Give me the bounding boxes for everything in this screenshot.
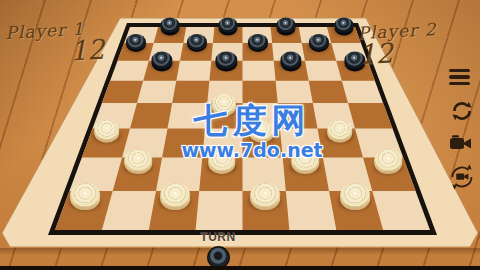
square-c5[interactable]	[172, 81, 209, 103]
checker-dark-d8[interactable]	[219, 18, 238, 33]
square-g5[interactable]	[309, 81, 348, 103]
rotate-board-icon[interactable]	[449, 98, 475, 124]
turn-indicator: TURN	[178, 230, 258, 269]
checker-dark-e7[interactable]	[248, 34, 268, 50]
piece-top	[160, 183, 190, 207]
checker-dark-h8[interactable]	[334, 18, 353, 33]
checker-white-c1[interactable]	[160, 183, 190, 207]
checker-white-a1[interactable]	[70, 183, 100, 207]
piece-top	[375, 149, 403, 171]
checker-dark-f6[interactable]	[280, 51, 301, 68]
checker-dark-b8[interactable]	[161, 18, 180, 33]
square-e5[interactable]	[243, 81, 278, 103]
checker-dark-b6[interactable]	[152, 51, 173, 68]
player1-score: 12	[6, 38, 105, 67]
checker-white-f2[interactable]	[291, 149, 319, 171]
piece-top	[327, 119, 353, 140]
checker-white-g1[interactable]	[340, 183, 370, 207]
piece-top	[208, 149, 236, 171]
player2-hud: Player 2 12	[357, 17, 479, 67]
checker-white-d4[interactable]	[212, 94, 236, 113]
piece-top	[152, 51, 173, 68]
piece-top	[216, 51, 237, 68]
square-b4[interactable]	[130, 103, 172, 128]
checker-dark-c7[interactable]	[187, 34, 207, 50]
piece-top	[280, 51, 301, 68]
side-toolbar	[449, 66, 477, 200]
piece-top	[340, 183, 370, 207]
checker-white-g3[interactable]	[327, 119, 353, 140]
piece-top	[291, 149, 319, 171]
checker-dark-a7[interactable]	[126, 34, 146, 50]
player1-hud: Player 1 12	[5, 17, 117, 67]
piece-top	[249, 119, 275, 140]
checker-white-h2[interactable]	[375, 149, 403, 171]
checkers-game-screen: Player 1 12 Player 2 12	[0, 0, 480, 270]
checker-white-a3[interactable]	[94, 119, 120, 140]
piece-top	[212, 94, 236, 113]
piece-top	[70, 183, 100, 207]
checker-white-b2[interactable]	[125, 149, 153, 171]
square-f4[interactable]	[278, 103, 318, 128]
piece-top	[94, 119, 120, 140]
piece-top	[250, 183, 280, 207]
checker-dark-f8[interactable]	[276, 18, 295, 33]
checker-dark-d6[interactable]	[216, 51, 237, 68]
bottom-bezel	[0, 266, 480, 270]
square-c3[interactable]	[162, 129, 205, 158]
checker-white-e1[interactable]	[250, 183, 280, 207]
player2-score: 12	[358, 40, 419, 67]
camera-rotate-icon[interactable]	[449, 164, 475, 190]
menu-icon[interactable]	[449, 66, 475, 88]
checker-white-e3[interactable]	[249, 119, 275, 140]
camera-icon[interactable]	[449, 134, 475, 154]
turn-label: TURN	[178, 230, 258, 244]
checker-white-d2[interactable]	[208, 149, 236, 171]
checker-dark-g7[interactable]	[308, 34, 328, 50]
piece-top	[125, 149, 153, 171]
